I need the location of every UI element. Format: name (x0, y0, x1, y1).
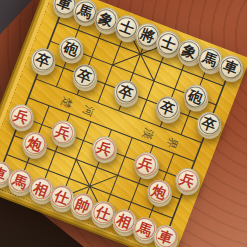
piece-black-soldier[interactable]: 卒 (152, 92, 183, 123)
piece-black-cannon[interactable]: 砲 (55, 34, 86, 65)
piece-red-soldier[interactable]: 兵 (172, 165, 203, 196)
piece-red-soldier[interactable]: 兵 (47, 117, 78, 148)
piece-black-soldier[interactable]: 卒 (69, 60, 100, 91)
piece-red-cannon[interactable]: 炮 (19, 128, 50, 159)
piece-red-cannon[interactable]: 炮 (144, 176, 175, 207)
piece-red-soldier[interactable]: 兵 (89, 133, 120, 164)
piece-black-soldier[interactable]: 卒 (27, 45, 58, 76)
piece-black-soldier[interactable]: 卒 (110, 76, 141, 107)
piece-red-soldier[interactable]: 兵 (6, 101, 37, 132)
piece-red-soldier[interactable]: 兵 (130, 149, 161, 180)
scene: 楚 河 漢 界 車馬象士將士象馬車砲砲卒卒卒卒卒兵兵兵兵兵炮炮車馬相仕帥仕相馬車 (0, 0, 247, 247)
piece-black-cannon[interactable]: 砲 (180, 81, 211, 112)
piece-black-soldier[interactable]: 卒 (194, 108, 225, 139)
